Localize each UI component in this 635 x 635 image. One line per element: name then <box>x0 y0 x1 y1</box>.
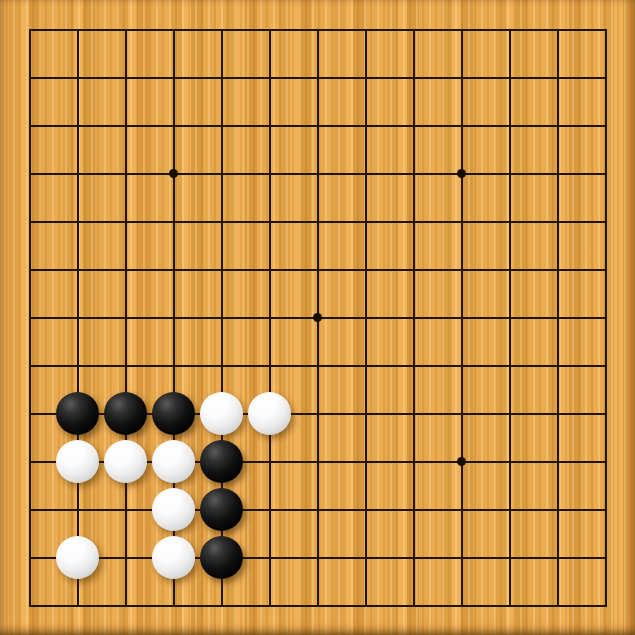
board-intersection[interactable] <box>486 246 534 294</box>
board-intersection[interactable] <box>54 246 102 294</box>
board-intersection[interactable] <box>390 390 438 438</box>
board-intersection[interactable] <box>342 102 390 150</box>
board-intersection[interactable] <box>582 246 630 294</box>
board-intersection[interactable] <box>294 390 342 438</box>
white-stone <box>104 440 147 483</box>
board-intersection[interactable] <box>390 486 438 534</box>
board-intersection[interactable] <box>390 198 438 246</box>
board-intersection[interactable] <box>246 582 294 630</box>
board-intersection[interactable] <box>102 6 150 54</box>
board-intersection[interactable] <box>438 582 486 630</box>
board-intersection[interactable] <box>342 150 390 198</box>
board-intersection[interactable] <box>342 390 390 438</box>
board-intersection[interactable] <box>6 246 54 294</box>
board-intersection[interactable] <box>582 534 630 582</box>
board-intersection[interactable] <box>534 390 582 438</box>
board-intersection[interactable] <box>150 102 198 150</box>
board-intersection[interactable] <box>150 246 198 294</box>
board-intersection[interactable] <box>534 246 582 294</box>
board-intersection[interactable] <box>54 198 102 246</box>
board-intersection[interactable] <box>6 582 54 630</box>
board-intersection[interactable] <box>102 150 150 198</box>
board-intersection[interactable] <box>342 294 390 342</box>
board-intersection[interactable] <box>294 486 342 534</box>
star-point <box>313 313 322 322</box>
board-intersection[interactable] <box>534 438 582 486</box>
board-intersection[interactable] <box>582 390 630 438</box>
board-intersection[interactable] <box>198 438 246 486</box>
board-intersection[interactable] <box>198 246 246 294</box>
board-intersection[interactable] <box>54 294 102 342</box>
go-board-screenshot: { "game": { "name": "Go", "variant": "13… <box>0 0 635 635</box>
board-intersection[interactable] <box>246 6 294 54</box>
board-intersection[interactable] <box>246 198 294 246</box>
board-intersection[interactable] <box>294 150 342 198</box>
board-intersection[interactable] <box>54 438 102 486</box>
board-intersection[interactable] <box>54 54 102 102</box>
board-intersection[interactable] <box>6 438 54 486</box>
board-intersection[interactable] <box>438 198 486 246</box>
board-intersection[interactable] <box>102 102 150 150</box>
board-intersection[interactable] <box>54 102 102 150</box>
board-intersection[interactable] <box>198 198 246 246</box>
white-stone <box>152 488 195 531</box>
board-intersection[interactable] <box>246 486 294 534</box>
board-intersection[interactable] <box>6 150 54 198</box>
board-intersection[interactable] <box>246 102 294 150</box>
board-intersection[interactable] <box>534 294 582 342</box>
board-intersection[interactable] <box>198 390 246 438</box>
white-stone <box>56 440 99 483</box>
board-intersection[interactable] <box>294 438 342 486</box>
board-intersection[interactable] <box>390 342 438 390</box>
board-intersection[interactable] <box>54 582 102 630</box>
board-intersection[interactable] <box>390 534 438 582</box>
board-intersection[interactable] <box>486 294 534 342</box>
board-intersection[interactable] <box>150 6 198 54</box>
board-intersection[interactable] <box>6 534 54 582</box>
board-intersection[interactable] <box>294 342 342 390</box>
board-intersection[interactable] <box>150 150 198 198</box>
board-intersection[interactable] <box>198 150 246 198</box>
board-intersection[interactable] <box>342 246 390 294</box>
board-intersection[interactable] <box>582 102 630 150</box>
board-intersection[interactable] <box>534 6 582 54</box>
black-stone <box>152 392 195 435</box>
board-intersection[interactable] <box>486 198 534 246</box>
board-intersection[interactable] <box>294 534 342 582</box>
black-stone <box>104 392 147 435</box>
board-intersection[interactable] <box>486 486 534 534</box>
board-intersection[interactable] <box>150 342 198 390</box>
board-intersection[interactable] <box>102 534 150 582</box>
board-intersection[interactable] <box>102 486 150 534</box>
board-intersection[interactable] <box>198 486 246 534</box>
board-intersection[interactable] <box>582 54 630 102</box>
board-intersection[interactable] <box>6 294 54 342</box>
board-intersection[interactable] <box>102 294 150 342</box>
board-intersection[interactable] <box>582 486 630 534</box>
board-intersection[interactable] <box>534 102 582 150</box>
board-intersection[interactable] <box>6 390 54 438</box>
board-intersection[interactable] <box>438 342 486 390</box>
board-intersection[interactable] <box>246 390 294 438</box>
board-intersection[interactable] <box>486 6 534 54</box>
board-intersection[interactable] <box>150 390 198 438</box>
board-intersection[interactable] <box>54 390 102 438</box>
board-intersection[interactable] <box>486 582 534 630</box>
board-intersection[interactable] <box>486 150 534 198</box>
board-intersection[interactable] <box>102 582 150 630</box>
go-board <box>6 6 630 630</box>
board-intersection[interactable] <box>342 582 390 630</box>
board-intersection[interactable] <box>198 294 246 342</box>
board-intersection[interactable] <box>534 486 582 534</box>
board-intersection[interactable] <box>6 6 54 54</box>
white-stone <box>200 392 243 435</box>
black-stone <box>56 392 99 435</box>
board-intersection[interactable] <box>54 486 102 534</box>
board-intersection[interactable] <box>582 342 630 390</box>
board-intersection[interactable] <box>246 438 294 486</box>
white-stone <box>152 440 195 483</box>
board-intersection[interactable] <box>54 534 102 582</box>
board-intersection[interactable] <box>150 486 198 534</box>
board-intersection[interactable] <box>294 582 342 630</box>
board-intersection[interactable] <box>102 342 150 390</box>
black-stone <box>200 440 243 483</box>
board-intersection[interactable] <box>342 6 390 54</box>
board-intersection[interactable] <box>582 438 630 486</box>
board-intersection[interactable] <box>342 54 390 102</box>
board-intersection[interactable] <box>534 342 582 390</box>
board-intersection[interactable] <box>150 198 198 246</box>
black-stone <box>200 488 243 531</box>
board-intersection[interactable] <box>438 390 486 438</box>
board-intersection[interactable] <box>390 6 438 54</box>
board-intersection[interactable] <box>342 486 390 534</box>
board-intersection[interactable] <box>198 534 246 582</box>
board-intersection[interactable] <box>102 198 150 246</box>
white-stone <box>248 392 291 435</box>
board-intersection[interactable] <box>390 438 438 486</box>
board-intersection[interactable] <box>534 582 582 630</box>
board-intersection[interactable] <box>294 294 342 342</box>
board-intersection[interactable] <box>6 342 54 390</box>
board-intersection[interactable] <box>342 342 390 390</box>
board-intersection[interactable] <box>342 438 390 486</box>
board-intersection[interactable] <box>198 102 246 150</box>
board-intersection[interactable] <box>438 246 486 294</box>
board-intersection[interactable] <box>102 438 150 486</box>
board-intersection[interactable] <box>246 294 294 342</box>
board-intersection[interactable] <box>6 198 54 246</box>
board-intersection[interactable] <box>198 6 246 54</box>
board-intersection[interactable] <box>6 102 54 150</box>
board-intersection[interactable] <box>150 54 198 102</box>
board-intersection[interactable] <box>102 54 150 102</box>
board-intersection[interactable] <box>150 438 198 486</box>
board-intersection[interactable] <box>438 102 486 150</box>
board-intersection[interactable] <box>486 390 534 438</box>
board-intersection[interactable] <box>54 342 102 390</box>
board-intersection[interactable] <box>438 438 486 486</box>
board-intersection[interactable] <box>246 534 294 582</box>
board-intersection[interactable] <box>582 294 630 342</box>
board-intersection[interactable] <box>534 534 582 582</box>
board-intersection[interactable] <box>294 6 342 54</box>
board-intersection[interactable] <box>390 102 438 150</box>
board-intersection[interactable] <box>390 246 438 294</box>
board-intersection[interactable] <box>390 294 438 342</box>
board-intersection[interactable] <box>438 534 486 582</box>
board-intersection[interactable] <box>486 438 534 486</box>
board-intersection[interactable] <box>342 534 390 582</box>
board-intersection[interactable] <box>438 294 486 342</box>
board-intersection[interactable] <box>582 198 630 246</box>
board-intersection[interactable] <box>486 342 534 390</box>
board-intersection[interactable] <box>150 582 198 630</box>
board-intersection[interactable] <box>6 486 54 534</box>
board-intersection[interactable] <box>294 54 342 102</box>
board-intersection[interactable] <box>198 582 246 630</box>
board-intersection[interactable] <box>582 150 630 198</box>
black-stone <box>200 536 243 579</box>
board-intersection[interactable] <box>438 486 486 534</box>
white-stone <box>152 536 195 579</box>
board-intersection[interactable] <box>246 342 294 390</box>
board-intersection[interactable] <box>438 54 486 102</box>
board-intersection[interactable] <box>486 102 534 150</box>
board-intersection[interactable] <box>150 534 198 582</box>
board-intersection[interactable] <box>390 150 438 198</box>
board-intersection[interactable] <box>294 198 342 246</box>
board-intersection[interactable] <box>486 54 534 102</box>
board-intersection[interactable] <box>198 342 246 390</box>
board-intersection[interactable] <box>6 54 54 102</box>
board-intersection[interactable] <box>390 54 438 102</box>
star-point <box>457 169 466 178</box>
board-intersection[interactable] <box>582 582 630 630</box>
board-intersection[interactable] <box>390 582 438 630</box>
board-intersection[interactable] <box>534 54 582 102</box>
star-point <box>169 169 178 178</box>
star-point <box>457 457 466 466</box>
board-intersection[interactable] <box>246 246 294 294</box>
board-intersection[interactable] <box>54 150 102 198</box>
board-intersection[interactable] <box>294 102 342 150</box>
board-intersection[interactable] <box>582 6 630 54</box>
board-intersection[interactable] <box>102 390 150 438</box>
board-intersection[interactable] <box>246 54 294 102</box>
board-intersection[interactable] <box>486 534 534 582</box>
board-intersection[interactable] <box>150 294 198 342</box>
board-intersection[interactable] <box>246 150 294 198</box>
board-intersection[interactable] <box>534 198 582 246</box>
board-intersection[interactable] <box>342 198 390 246</box>
white-stone <box>56 536 99 579</box>
board-intersection[interactable] <box>102 246 150 294</box>
board-intersection[interactable] <box>438 6 486 54</box>
board-intersection[interactable] <box>438 150 486 198</box>
board-intersection[interactable] <box>294 246 342 294</box>
board-intersection[interactable] <box>534 150 582 198</box>
board-intersection[interactable] <box>198 54 246 102</box>
board-intersection[interactable] <box>54 6 102 54</box>
